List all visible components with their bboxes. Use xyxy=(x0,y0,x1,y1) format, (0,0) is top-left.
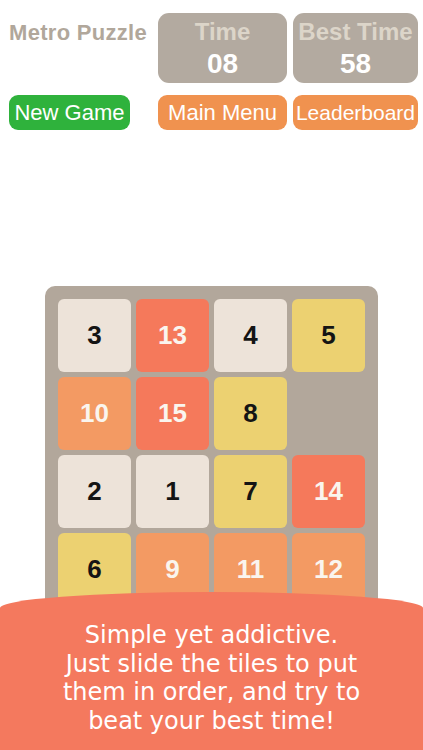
tile-4[interactable]: 4 xyxy=(214,299,287,372)
page-title: Metro Puzzle xyxy=(9,20,147,46)
leaderboard-button[interactable]: Leaderboard xyxy=(293,95,418,130)
best-time-box: Best Time 58 xyxy=(293,13,418,83)
time-box: Time 08 xyxy=(158,13,287,83)
main-menu-button[interactable]: Main Menu xyxy=(158,95,287,130)
new-game-button[interactable]: New Game xyxy=(9,95,130,130)
tile-10[interactable]: 10 xyxy=(58,377,131,450)
tile-3[interactable]: 3 xyxy=(58,299,131,372)
tile-1[interactable]: 1 xyxy=(136,455,209,528)
tile-14[interactable]: 14 xyxy=(292,455,365,528)
empty-cell xyxy=(292,377,365,450)
app-screen: Metro Puzzle Time 08 Best Time 58 New Ga… xyxy=(0,0,423,750)
tile-5[interactable]: 5 xyxy=(292,299,365,372)
best-time-label: Best Time xyxy=(298,17,412,47)
instruction-text: Simple yet addictive. Just slide the til… xyxy=(0,592,423,735)
tile-13[interactable]: 13 xyxy=(136,299,209,372)
instruction-banner: Simple yet addictive. Just slide the til… xyxy=(0,592,423,750)
best-time-value: 58 xyxy=(340,47,371,80)
tile-2[interactable]: 2 xyxy=(58,455,131,528)
tile-7[interactable]: 7 xyxy=(214,455,287,528)
puzzle-grid: 313451015821714691112 xyxy=(58,299,365,606)
time-label: Time xyxy=(195,17,251,47)
time-value: 08 xyxy=(207,47,238,80)
puzzle-board: 313451015821714691112 xyxy=(45,286,378,620)
tile-15[interactable]: 15 xyxy=(136,377,209,450)
tile-8[interactable]: 8 xyxy=(214,377,287,450)
